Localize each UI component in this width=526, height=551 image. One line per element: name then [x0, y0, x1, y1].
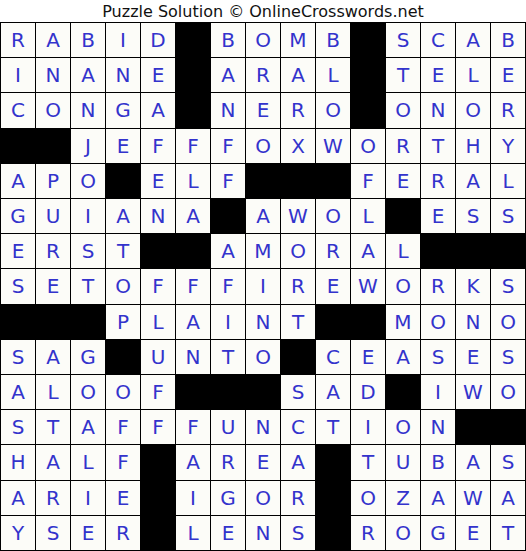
cell-r14c8: O [246, 481, 280, 515]
cell-r8c8: I [246, 269, 280, 303]
cell-r12c15 [491, 410, 525, 444]
cell-r14c11: O [351, 481, 385, 515]
cell-r7c1: E [1, 234, 35, 268]
cell-r1c1: R [1, 23, 35, 57]
cell-r14c14: W [456, 481, 490, 515]
cell-r9c6: A [176, 305, 210, 339]
cell-r12c5: F [141, 410, 175, 444]
cell-r2c14: L [456, 58, 490, 92]
cell-r11c5: F [141, 375, 175, 409]
cell-r15c7: E [211, 516, 245, 550]
cell-r10c1: S [1, 340, 35, 374]
cell-r6c4: A [106, 199, 140, 233]
cell-r4c6: F [176, 129, 210, 163]
cell-r5c10 [316, 164, 350, 198]
cell-r5c4 [106, 164, 140, 198]
cell-r10c2: A [36, 340, 70, 374]
cell-r14c2: R [36, 481, 70, 515]
cell-r3c8: E [246, 93, 280, 127]
cell-r13c8: E [246, 445, 280, 479]
cell-r12c11: I [351, 410, 385, 444]
cell-r1c2: A [36, 23, 70, 57]
cell-r3c14: O [456, 93, 490, 127]
cell-r13c3: L [71, 445, 105, 479]
cell-r4c2 [36, 129, 70, 163]
cell-r6c12 [386, 199, 420, 233]
cell-r14c15: A [491, 481, 525, 515]
cell-r12c9: C [281, 410, 315, 444]
cell-r9c12: M [386, 305, 420, 339]
cell-r9c11 [351, 305, 385, 339]
cell-r8c11: W [351, 269, 385, 303]
cell-r5c3: O [71, 164, 105, 198]
cell-r5c15: L [491, 164, 525, 198]
cell-r8c10: E [316, 269, 350, 303]
cell-r13c2: A [36, 445, 70, 479]
cell-r14c5 [141, 481, 175, 515]
cell-r5c12: E [386, 164, 420, 198]
cell-r11c7 [211, 375, 245, 409]
cell-r5c8 [246, 164, 280, 198]
cell-r15c2: S [36, 516, 70, 550]
cell-r3c4: G [106, 93, 140, 127]
cell-r15c9: S [281, 516, 315, 550]
cell-r2c8: R [246, 58, 280, 92]
cell-r7c15 [491, 234, 525, 268]
cell-r9c2 [36, 305, 70, 339]
cell-r8c14: K [456, 269, 490, 303]
cell-r3c10: O [316, 93, 350, 127]
cell-r4c4: E [106, 129, 140, 163]
cell-r7c5 [141, 234, 175, 268]
cell-r10c3: G [71, 340, 105, 374]
cell-r10c13: S [421, 340, 455, 374]
cell-r2c3: A [71, 58, 105, 92]
cell-r5c1: A [1, 164, 35, 198]
cell-r7c4: T [106, 234, 140, 268]
puzzle-solution-page: Puzzle Solution © OnlineCrosswords.net R… [0, 0, 526, 551]
cell-r11c8 [246, 375, 280, 409]
cell-r9c9: T [281, 305, 315, 339]
cell-r11c2: L [36, 375, 70, 409]
cell-r14c4: E [106, 481, 140, 515]
cell-r3c12: O [386, 93, 420, 127]
cell-r13c9: A [281, 445, 315, 479]
cell-r15c14: E [456, 516, 490, 550]
cell-r7c10: R [316, 234, 350, 268]
cell-r10c14: E [456, 340, 490, 374]
cell-r12c13: N [421, 410, 455, 444]
cell-r14c13: A [421, 481, 455, 515]
cell-r12c12: O [386, 410, 420, 444]
cell-r8c3: T [71, 269, 105, 303]
cell-r4c10: W [316, 129, 350, 163]
cell-r3c1: C [1, 93, 35, 127]
cell-r6c6: A [176, 199, 210, 233]
cell-r3c5: A [141, 93, 175, 127]
cell-r7c13 [421, 234, 455, 268]
cell-r2c2: N [36, 58, 70, 92]
cell-r3c2: O [36, 93, 70, 127]
cell-r5c6: L [176, 164, 210, 198]
cell-r15c5 [141, 516, 175, 550]
cell-r10c12: A [386, 340, 420, 374]
cell-r12c2: T [36, 410, 70, 444]
cell-r6c13: E [421, 199, 455, 233]
cell-r14c10 [316, 481, 350, 515]
cell-r8c9: R [281, 269, 315, 303]
cell-r10c5: U [141, 340, 175, 374]
cell-r2c15: E [491, 58, 525, 92]
cell-r9c13: O [421, 305, 455, 339]
cell-r8c12: O [386, 269, 420, 303]
cell-r11c10: A [316, 375, 350, 409]
cell-r1c4: I [106, 23, 140, 57]
cell-r3c13: N [421, 93, 455, 127]
cell-r13c14: A [456, 445, 490, 479]
cell-r7c6 [176, 234, 210, 268]
cell-r9c8: N [246, 305, 280, 339]
cell-r3c7: N [211, 93, 245, 127]
cell-r2c13: E [421, 58, 455, 92]
cell-r2c1: I [1, 58, 35, 92]
cell-r4c11: O [351, 129, 385, 163]
cell-r4c5: F [141, 129, 175, 163]
cell-r15c6: L [176, 516, 210, 550]
cell-r13c7: R [211, 445, 245, 479]
cell-r8c1: S [1, 269, 35, 303]
cell-r4c3: J [71, 129, 105, 163]
cell-r9c14: N [456, 305, 490, 339]
cell-r4c15: Y [491, 129, 525, 163]
cell-r6c10: O [316, 199, 350, 233]
cell-r1c15: B [491, 23, 525, 57]
cell-r13c10 [316, 445, 350, 479]
cell-r15c3: E [71, 516, 105, 550]
cell-r14c12: Z [386, 481, 420, 515]
cell-r4c12: R [386, 129, 420, 163]
cell-r5c7: F [211, 164, 245, 198]
cell-r2c5: E [141, 58, 175, 92]
cell-r5c2: P [36, 164, 70, 198]
cell-r15c8: N [246, 516, 280, 550]
cell-r6c1: G [1, 199, 35, 233]
cell-r10c7: T [211, 340, 245, 374]
cell-r4c1 [1, 129, 35, 163]
cell-r12c10: T [316, 410, 350, 444]
cell-r8c15: S [491, 269, 525, 303]
cell-r13c12: U [386, 445, 420, 479]
page-title: Puzzle Solution © OnlineCrosswords.net [0, 0, 526, 22]
cell-r11c15: O [491, 375, 525, 409]
cell-r1c5: D [141, 23, 175, 57]
cell-r14c7: G [211, 481, 245, 515]
cell-r6c5: N [141, 199, 175, 233]
cell-r7c3: S [71, 234, 105, 268]
cell-r5c9 [281, 164, 315, 198]
cell-r6c7 [211, 199, 245, 233]
cell-r11c9: S [281, 375, 315, 409]
cell-r13c11: T [351, 445, 385, 479]
cell-r3c6 [176, 93, 210, 127]
cell-r6c2: U [36, 199, 70, 233]
cell-r1c3: B [71, 23, 105, 57]
cell-r2c4: N [106, 58, 140, 92]
cell-r14c6: I [176, 481, 210, 515]
cell-r9c7: I [211, 305, 245, 339]
cell-r6c8: A [246, 199, 280, 233]
cell-r4c9: X [281, 129, 315, 163]
cell-r12c3: A [71, 410, 105, 444]
cell-r2c7: A [211, 58, 245, 92]
cell-r8c13: R [421, 269, 455, 303]
cell-r11c12 [386, 375, 420, 409]
cell-r6c14: S [456, 199, 490, 233]
cell-r11c6 [176, 375, 210, 409]
cell-r4c13: T [421, 129, 455, 163]
cell-r11c11: D [351, 375, 385, 409]
cell-r12c14 [456, 410, 490, 444]
crossword-grid: RABIDBOMBSCABINANEARALTELECONGANEROONORJ… [0, 22, 526, 551]
cell-r14c3: I [71, 481, 105, 515]
cell-r7c2: R [36, 234, 70, 268]
cell-r15c1: Y [1, 516, 35, 550]
cell-r13c1: H [1, 445, 35, 479]
cell-r9c10 [316, 305, 350, 339]
cell-r1c14: A [456, 23, 490, 57]
cell-r10c9 [281, 340, 315, 374]
cell-r13c5 [141, 445, 175, 479]
cell-r7c7: A [211, 234, 245, 268]
cell-r12c8: N [246, 410, 280, 444]
cell-r14c1: A [1, 481, 35, 515]
cell-r7c12: L [386, 234, 420, 268]
cell-r15c4: R [106, 516, 140, 550]
cell-r3c11 [351, 93, 385, 127]
cell-r11c4: O [106, 375, 140, 409]
cell-r8c6: F [176, 269, 210, 303]
cell-r7c14 [456, 234, 490, 268]
cell-r14c9: R [281, 481, 315, 515]
cell-r9c5: L [141, 305, 175, 339]
cell-r13c4: F [106, 445, 140, 479]
cell-r2c12: T [386, 58, 420, 92]
cell-r15c10 [316, 516, 350, 550]
cell-r2c11 [351, 58, 385, 92]
cell-r10c4 [106, 340, 140, 374]
cell-r15c13: G [421, 516, 455, 550]
cell-r5c13: R [421, 164, 455, 198]
cell-r2c10: L [316, 58, 350, 92]
cell-r9c3 [71, 305, 105, 339]
cell-r10c6: N [176, 340, 210, 374]
cell-r5c11: F [351, 164, 385, 198]
cell-r4c14: H [456, 129, 490, 163]
cell-r3c3: N [71, 93, 105, 127]
cell-r10c15: S [491, 340, 525, 374]
cell-r11c1: A [1, 375, 35, 409]
cell-r2c9: A [281, 58, 315, 92]
cell-r15c15: T [491, 516, 525, 550]
cell-r3c9: R [281, 93, 315, 127]
cell-r6c3: I [71, 199, 105, 233]
cell-r1c10: B [316, 23, 350, 57]
cell-r4c7: F [211, 129, 245, 163]
cell-r6c15: S [491, 199, 525, 233]
cell-r1c6 [176, 23, 210, 57]
cell-r11c13: I [421, 375, 455, 409]
cell-r1c11 [351, 23, 385, 57]
cell-r1c9: M [281, 23, 315, 57]
cell-r5c14: A [456, 164, 490, 198]
cell-r9c15: O [491, 305, 525, 339]
cell-r7c9: O [281, 234, 315, 268]
cell-r15c11: R [351, 516, 385, 550]
cell-r1c7: B [211, 23, 245, 57]
cell-r11c3: O [71, 375, 105, 409]
cell-r9c4: P [106, 305, 140, 339]
cell-r4c8: O [246, 129, 280, 163]
cell-r8c4: O [106, 269, 140, 303]
cell-r13c6: A [176, 445, 210, 479]
cell-r3c15: R [491, 93, 525, 127]
cell-r7c8: M [246, 234, 280, 268]
cell-r10c8: O [246, 340, 280, 374]
cell-r13c15: S [491, 445, 525, 479]
cell-r5c5: E [141, 164, 175, 198]
cell-r12c4: F [106, 410, 140, 444]
cell-r1c13: C [421, 23, 455, 57]
cell-r8c5: F [141, 269, 175, 303]
cell-r1c12: S [386, 23, 420, 57]
cell-r6c11: L [351, 199, 385, 233]
cell-r6c9: W [281, 199, 315, 233]
cell-r1c8: O [246, 23, 280, 57]
cell-r8c2: E [36, 269, 70, 303]
cell-r12c1: S [1, 410, 35, 444]
cell-r12c7: U [211, 410, 245, 444]
cell-r15c12: O [386, 516, 420, 550]
cell-r10c11: E [351, 340, 385, 374]
cell-r12c6: F [176, 410, 210, 444]
cell-r11c14: W [456, 375, 490, 409]
cell-r10c10: C [316, 340, 350, 374]
cell-r8c7: F [211, 269, 245, 303]
cell-r2c6 [176, 58, 210, 92]
cell-r9c1 [1, 305, 35, 339]
cell-r13c13: B [421, 445, 455, 479]
cell-r7c11: A [351, 234, 385, 268]
